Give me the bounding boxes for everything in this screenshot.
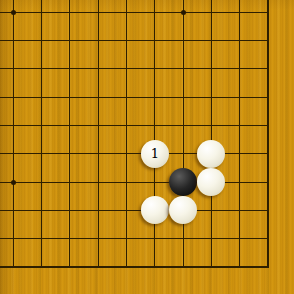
grid-line-vertical: [211, 225, 212, 253]
grid-line-vertical: [211, 253, 212, 268]
intersection-Q10[interactable]: [169, 0, 197, 26]
grid-line-vertical: [267, 83, 269, 111]
intersection-O1[interactable]: [112, 253, 140, 281]
white-stone: 1: [141, 140, 169, 168]
intersection-T1[interactable]: [254, 253, 282, 281]
grid-line-vertical: [41, 253, 42, 268]
intersection-Q1[interactable]: [169, 253, 197, 281]
black-stone: [169, 168, 197, 196]
intersection-T3[interactable]: [254, 196, 282, 224]
grid-line-vertical: [41, 83, 42, 111]
white-stone: [197, 140, 225, 168]
grid-line-vertical: [211, 0, 212, 26]
intersection-N3[interactable]: [84, 196, 112, 224]
grid-line-vertical: [13, 140, 14, 168]
intersection-P7[interactable]: [141, 83, 169, 111]
intersection-S9[interactable]: [226, 26, 254, 54]
grid-line-vertical: [126, 253, 127, 268]
grid-line-vertical: [211, 111, 212, 139]
intersection-Q7[interactable]: [169, 83, 197, 111]
intersection-P5[interactable]: 1: [141, 140, 169, 168]
grid-line-vertical: [98, 0, 99, 26]
intersection-S1[interactable]: [226, 253, 254, 281]
intersection-T8[interactable]: [254, 55, 282, 83]
grid-line-vertical: [183, 140, 184, 168]
grid-line-vertical: [154, 111, 155, 139]
grid-line-vertical: [183, 83, 184, 111]
go-board: 1: [0, 0, 294, 294]
grid-line-vertical: [211, 83, 212, 111]
grid-line-vertical: [267, 0, 269, 26]
grid-line-vertical: [126, 140, 127, 168]
intersection-R6[interactable]: [197, 111, 225, 139]
grid-line-vertical: [267, 225, 269, 253]
board-grid: 1: [0, 0, 282, 281]
grid-line-vertical: [98, 253, 99, 268]
grid-line-vertical: [98, 83, 99, 111]
intersection-S2[interactable]: [226, 225, 254, 253]
grid-line-vertical: [154, 0, 155, 26]
intersection-M4[interactable]: [56, 168, 84, 196]
grid-line-vertical: [154, 55, 155, 83]
intersection-Q5[interactable]: [169, 140, 197, 168]
intersection-M9[interactable]: [56, 26, 84, 54]
intersection-O2[interactable]: [112, 225, 140, 253]
grid-line-vertical: [154, 83, 155, 111]
grid-line-vertical: [154, 168, 155, 196]
intersection-T2[interactable]: [254, 225, 282, 253]
grid-line-vertical: [183, 55, 184, 83]
grid-line-vertical: [41, 140, 42, 168]
intersection-S5[interactable]: [226, 140, 254, 168]
intersection-O4[interactable]: [112, 168, 140, 196]
grid-line-vertical: [126, 111, 127, 139]
grid-line-vertical: [267, 253, 269, 268]
intersection-L4[interactable]: [27, 168, 55, 196]
star-point: [181, 10, 186, 15]
grid-line-vertical: [98, 168, 99, 196]
intersection-P1[interactable]: [141, 253, 169, 281]
intersection-T9[interactable]: [254, 26, 282, 54]
intersection-R2[interactable]: [197, 225, 225, 253]
intersection-O5[interactable]: [112, 140, 140, 168]
grid-line-vertical: [69, 83, 70, 111]
intersection-K6[interactable]: [0, 111, 27, 139]
grid-line-horizontal: [0, 40, 27, 41]
grid-line-vertical: [239, 168, 240, 196]
grid-line-vertical: [239, 26, 240, 54]
intersection-M10[interactable]: [56, 0, 84, 26]
intersection-Q4[interactable]: [169, 168, 197, 196]
intersection-L1[interactable]: [27, 253, 55, 281]
intersection-P2[interactable]: [141, 225, 169, 253]
move-number-label: 1: [151, 147, 159, 160]
intersection-N1[interactable]: [84, 253, 112, 281]
grid-line-vertical: [69, 55, 70, 83]
intersection-P8[interactable]: [141, 55, 169, 83]
grid-line-vertical: [69, 168, 70, 196]
grid-line-vertical: [183, 225, 184, 253]
intersection-R3[interactable]: [197, 196, 225, 224]
grid-line-vertical: [183, 26, 184, 54]
intersection-T6[interactable]: [254, 111, 282, 139]
grid-line-vertical: [126, 196, 127, 224]
grid-line-vertical: [154, 225, 155, 253]
intersection-N8[interactable]: [84, 55, 112, 83]
grid-line-vertical: [267, 111, 269, 139]
grid-line-vertical: [239, 83, 240, 111]
grid-line-vertical: [267, 168, 269, 196]
intersection-M7[interactable]: [56, 83, 84, 111]
grid-line-vertical: [69, 140, 70, 168]
grid-line-horizontal: [0, 210, 27, 211]
intersection-Q6[interactable]: [169, 111, 197, 139]
white-stone: [141, 196, 169, 224]
grid-line-vertical: [239, 196, 240, 224]
intersection-K2[interactable]: [0, 225, 27, 253]
grid-line-vertical: [13, 253, 14, 268]
grid-line-vertical: [126, 26, 127, 54]
grid-line-vertical: [239, 55, 240, 83]
grid-line-vertical: [154, 26, 155, 54]
grid-line-vertical: [13, 111, 14, 139]
intersection-K5[interactable]: [0, 140, 27, 168]
intersection-O7[interactable]: [112, 83, 140, 111]
intersection-S3[interactable]: [226, 196, 254, 224]
intersection-M6[interactable]: [56, 111, 84, 139]
intersection-R1[interactable]: [197, 253, 225, 281]
intersection-P4[interactable]: [141, 168, 169, 196]
intersection-N9[interactable]: [84, 26, 112, 54]
intersection-P10[interactable]: [141, 0, 169, 26]
grid-line-vertical: [41, 55, 42, 83]
intersection-K10[interactable]: [0, 0, 27, 26]
intersection-S6[interactable]: [226, 111, 254, 139]
grid-line-vertical: [183, 111, 184, 139]
intersection-L7[interactable]: [27, 83, 55, 111]
grid-line-vertical: [69, 26, 70, 54]
grid-line-vertical: [41, 0, 42, 26]
intersection-P3[interactable]: [141, 196, 169, 224]
grid-line-vertical: [239, 140, 240, 168]
intersection-K3[interactable]: [0, 196, 27, 224]
grid-line-vertical: [239, 225, 240, 253]
intersection-N2[interactable]: [84, 225, 112, 253]
intersection-T4[interactable]: [254, 168, 282, 196]
intersection-K1[interactable]: [0, 253, 27, 281]
intersection-O6[interactable]: [112, 111, 140, 139]
intersection-N4[interactable]: [84, 168, 112, 196]
grid-line-vertical: [98, 196, 99, 224]
grid-line-vertical: [69, 225, 70, 253]
intersection-N6[interactable]: [84, 111, 112, 139]
grid-line-vertical: [239, 253, 240, 268]
intersection-M3[interactable]: [56, 196, 84, 224]
intersection-K7[interactable]: [0, 83, 27, 111]
intersection-P6[interactable]: [141, 111, 169, 139]
intersection-L5[interactable]: [27, 140, 55, 168]
intersection-L6[interactable]: [27, 111, 55, 139]
grid-line-vertical: [126, 55, 127, 83]
intersection-L2[interactable]: [27, 225, 55, 253]
grid-line-vertical: [98, 225, 99, 253]
grid-line-vertical: [13, 83, 14, 111]
intersection-M5[interactable]: [56, 140, 84, 168]
grid-line-vertical: [69, 253, 70, 268]
grid-line-vertical: [98, 140, 99, 168]
grid-line-vertical: [267, 140, 269, 168]
grid-line-vertical: [69, 111, 70, 139]
intersection-R4[interactable]: [197, 168, 225, 196]
grid-line-vertical: [183, 253, 184, 268]
grid-line-vertical: [13, 196, 14, 224]
grid-line-vertical: [41, 26, 42, 54]
intersection-M8[interactable]: [56, 55, 84, 83]
grid-line-vertical: [239, 0, 240, 26]
grid-line-vertical: [41, 111, 42, 139]
grid-line-vertical: [13, 55, 14, 83]
grid-line-vertical: [211, 55, 212, 83]
intersection-L3[interactable]: [27, 196, 55, 224]
intersection-Q9[interactable]: [169, 26, 197, 54]
intersection-O10[interactable]: [112, 0, 140, 26]
intersection-M2[interactable]: [56, 225, 84, 253]
intersection-O3[interactable]: [112, 196, 140, 224]
grid-line-vertical: [98, 26, 99, 54]
intersection-K8[interactable]: [0, 55, 27, 83]
grid-line-vertical: [126, 225, 127, 253]
star-point: [11, 10, 16, 15]
intersection-R9[interactable]: [197, 26, 225, 54]
grid-line-vertical: [267, 196, 269, 224]
grid-line-horizontal: [0, 68, 27, 69]
grid-line-vertical: [69, 196, 70, 224]
intersection-R5[interactable]: [197, 140, 225, 168]
grid-line-vertical: [126, 0, 127, 26]
intersection-S8[interactable]: [226, 55, 254, 83]
star-point: [11, 180, 16, 185]
intersection-R7[interactable]: [197, 83, 225, 111]
grid-line-horizontal: [0, 238, 27, 239]
grid-line-vertical: [98, 55, 99, 83]
intersection-S7[interactable]: [226, 83, 254, 111]
grid-line-vertical: [211, 26, 212, 54]
grid-line-vertical: [98, 111, 99, 139]
grid-line-vertical: [126, 168, 127, 196]
grid-line-vertical: [69, 0, 70, 26]
intersection-L9[interactable]: [27, 26, 55, 54]
grid-line-vertical: [267, 55, 269, 83]
intersection-L8[interactable]: [27, 55, 55, 83]
grid-line-vertical: [126, 83, 127, 111]
grid-line-vertical: [13, 26, 14, 54]
intersection-Q8[interactable]: [169, 55, 197, 83]
grid-line-vertical: [211, 196, 212, 224]
grid-line-vertical: [239, 111, 240, 139]
intersection-Q3[interactable]: [169, 196, 197, 224]
intersection-M1[interactable]: [56, 253, 84, 281]
grid-line-horizontal: [0, 153, 27, 154]
intersection-T7[interactable]: [254, 83, 282, 111]
intersection-R8[interactable]: [197, 55, 225, 83]
grid-line-vertical: [267, 26, 269, 54]
grid-line-vertical: [13, 225, 14, 253]
intersection-S4[interactable]: [226, 168, 254, 196]
grid-line-horizontal: [0, 97, 27, 98]
intersection-O9[interactable]: [112, 26, 140, 54]
intersection-N5[interactable]: [84, 140, 112, 168]
intersection-Q2[interactable]: [169, 225, 197, 253]
intersection-O8[interactable]: [112, 55, 140, 83]
intersection-P9[interactable]: [141, 26, 169, 54]
intersection-T5[interactable]: [254, 140, 282, 168]
intersection-N7[interactable]: [84, 83, 112, 111]
white-stone: [169, 196, 197, 224]
white-stone: [197, 168, 225, 196]
grid-line-vertical: [41, 196, 42, 224]
grid-line-horizontal: [0, 125, 27, 126]
intersection-N10[interactable]: [84, 0, 112, 26]
intersection-L10[interactable]: [27, 0, 55, 26]
intersection-K9[interactable]: [0, 26, 27, 54]
grid-line-vertical: [154, 253, 155, 268]
grid-line-vertical: [41, 225, 42, 253]
intersection-T10[interactable]: [254, 0, 282, 26]
intersection-S10[interactable]: [226, 0, 254, 26]
grid-line-vertical: [41, 168, 42, 196]
intersection-R10[interactable]: [197, 0, 225, 26]
intersection-K4[interactable]: [0, 168, 27, 196]
grid-line-horizontal: [0, 266, 27, 268]
